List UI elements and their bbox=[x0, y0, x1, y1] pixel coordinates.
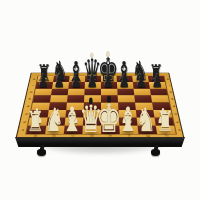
square-d6 bbox=[84, 89, 101, 96]
black-royal-finial bbox=[91, 53, 94, 58]
black-royal-finial bbox=[106, 51, 109, 57]
square-g1 bbox=[138, 126, 158, 134]
square-d2 bbox=[83, 117, 101, 125]
coordinate-label: 5 bbox=[25, 95, 33, 102]
square-h1 bbox=[156, 126, 176, 134]
file-labels: abcdefgh bbox=[26, 134, 177, 138]
square-d3 bbox=[83, 110, 101, 118]
square-g4 bbox=[135, 102, 153, 109]
square-a1 bbox=[26, 126, 46, 134]
square-f2 bbox=[119, 117, 138, 125]
square-a6 bbox=[34, 89, 52, 96]
coordinate-label: 4 bbox=[24, 102, 33, 109]
square-d1 bbox=[82, 126, 101, 134]
square-c6 bbox=[68, 89, 85, 96]
square-h6 bbox=[150, 89, 168, 96]
square-b3 bbox=[48, 110, 67, 118]
square-d4 bbox=[84, 102, 101, 109]
coordinate-label: c bbox=[63, 134, 82, 138]
latch-left-icon bbox=[36, 145, 48, 157]
square-g3 bbox=[136, 110, 155, 118]
square-e2 bbox=[101, 117, 119, 125]
square-g6 bbox=[134, 89, 151, 96]
coordinate-label: g bbox=[138, 134, 157, 138]
square-c1 bbox=[64, 126, 83, 134]
coordinate-label: 4 bbox=[170, 102, 179, 109]
square-f4 bbox=[118, 102, 136, 109]
coordinate-label: b bbox=[45, 134, 64, 138]
square-b6 bbox=[51, 89, 68, 96]
coordinate-label: h bbox=[157, 134, 176, 138]
square-a3 bbox=[30, 110, 49, 118]
square-h3 bbox=[153, 110, 172, 118]
coordinate-label: 3 bbox=[171, 110, 180, 118]
square-f6 bbox=[117, 89, 134, 96]
square-a4 bbox=[31, 102, 50, 109]
square-b1 bbox=[45, 126, 65, 134]
square-c3 bbox=[65, 110, 83, 118]
square-c4 bbox=[66, 102, 84, 109]
square-e6 bbox=[101, 89, 118, 96]
square-f3 bbox=[118, 110, 136, 118]
square-c2 bbox=[65, 117, 84, 125]
coordinate-label: 1 bbox=[175, 126, 184, 134]
square-h4 bbox=[152, 102, 171, 109]
chess-board: abcdefgh 87654321 87654321 bbox=[16, 73, 185, 138]
square-g2 bbox=[137, 117, 156, 125]
square-a2 bbox=[28, 117, 47, 125]
coordinate-label: a bbox=[26, 134, 45, 138]
coordinate-label: e bbox=[101, 134, 120, 138]
square-h2 bbox=[154, 117, 174, 125]
coordinate-label: 2 bbox=[173, 117, 182, 125]
coordinate-label: 6 bbox=[167, 89, 175, 96]
square-e4 bbox=[101, 102, 118, 109]
square-e3 bbox=[101, 110, 119, 118]
square-e1 bbox=[101, 126, 120, 134]
latch-right-icon bbox=[150, 145, 162, 157]
square-b4 bbox=[49, 102, 67, 109]
coordinate-label: f bbox=[120, 134, 139, 138]
square-f1 bbox=[119, 126, 138, 134]
coordinate-label: 6 bbox=[27, 89, 35, 96]
square-b2 bbox=[46, 117, 65, 125]
coordinate-label: d bbox=[82, 134, 101, 138]
coordinate-label: 5 bbox=[168, 95, 177, 102]
chess-set-photo: abcdefgh 87654321 87654321 ♜♞♝♛♚♝♞♜♟♟♟♟♟… bbox=[0, 0, 200, 200]
board-grid bbox=[26, 76, 175, 134]
